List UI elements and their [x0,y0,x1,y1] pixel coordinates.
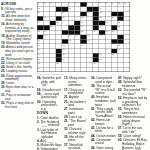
white-cell[interactable]: 3 [50,3,56,7]
white-cell[interactable] [81,58,87,62]
white-cell[interactable] [44,63,50,67]
clue-item: 31. Pays a restaurant visit [1,93,36,100]
white-cell[interactable] [118,7,124,11]
white-cell[interactable] [105,63,111,67]
cell-number: 27 [106,21,108,23]
clue-item: 18. Author Stephen of "The Crying Game" [1,33,36,40]
black-cell [81,3,87,7]
white-cell[interactable] [56,3,62,7]
white-cell[interactable] [56,67,62,71]
white-cell[interactable]: 57 [111,53,117,57]
clue-text: Almost-wild person who just won't get to… [5,45,33,56]
white-cell[interactable]: 25 [56,21,62,25]
white-cell[interactable]: 37 [105,30,111,34]
clue-item: 49. Splendid flow treatment [118,80,148,87]
clue-text: Party organization, informally [5,73,33,80]
clue-text: Last letter of the Hebrew alphabet [40,127,58,138]
clue-text: Motorbike sound [5,41,29,45]
cell-number: 51 [38,49,40,51]
white-cell[interactable] [62,3,68,7]
clue-text: A(n) ___ [40,139,53,143]
white-cell[interactable] [93,49,99,53]
black-cell [118,35,124,39]
clue-text: Emphatic turndown, said twice [95,95,115,106]
cell-number: 29 [50,25,52,27]
white-cell[interactable]: 49 [81,44,87,48]
cell-number: 44 [38,39,40,41]
white-cell[interactable]: 11 [124,3,130,7]
clue-text: Restaurant forgoer [5,57,32,61]
white-cell[interactable]: 24 [38,21,44,25]
crossword-grid[interactable]: 1234567891011121314151617181920212223242… [37,2,130,72]
white-cell[interactable] [99,40,105,44]
cell-number: 18 [99,12,101,14]
cell-number: 12 [38,7,40,9]
printed-puzzle-sheet: ACROSS 9. Off-key notes, per a jazz pro1… [0,0,150,150]
clue-item: 23. Jerusalem's land [64,99,89,106]
clue-item: 2. The historical "___ network" [37,120,62,127]
clue-text: Bride's title, briefly [5,65,31,69]
cell-number: 8 [106,2,107,4]
white-cell[interactable] [124,16,130,20]
white-cell[interactable] [105,7,111,11]
clue-text: Achieving by formula, in a way, as requi… [5,22,34,33]
clue-item: 41. They supply current, with "Saint-Alb… [91,106,116,117]
cell-number: 13 [69,7,71,9]
white-cell[interactable] [68,53,74,57]
clue-item: 22. Using it, for short [1,61,36,65]
cell-number: 52 [62,49,64,51]
clue-text: Live it up [68,115,81,119]
cell-number: 11 [124,2,126,4]
white-cell[interactable] [124,58,130,62]
down-clue-list-4: 47. Happy sight?49. Splendid flow treatm… [118,76,148,150]
cell-number: 9 [112,2,113,4]
white-cell[interactable] [56,12,62,16]
white-cell[interactable] [111,21,117,25]
cell-number: 33 [38,30,40,32]
cell-number: 15 [38,12,40,14]
white-cell[interactable] [68,63,74,67]
cell-number: 21 [81,16,83,18]
cell-number: 22 [99,16,101,18]
white-cell[interactable] [118,67,124,71]
white-cell[interactable] [74,16,80,20]
white-cell[interactable]: 62 [56,63,62,67]
black-cell [81,35,87,39]
clue-text: They're bid, sometimes [122,107,140,114]
white-cell[interactable] [81,67,87,71]
white-cell[interactable] [44,49,50,53]
white-cell[interactable]: 45 [68,40,74,44]
white-cell[interactable] [68,21,74,25]
white-cell[interactable]: 19 [44,16,50,20]
clue-item: 55. Home electrical safety device (hyph.… [118,115,148,126]
clue-item: 60. Directors Eli Roy Holladay, Boyce Ha… [118,138,148,150]
clue-item: 44. Ocean motion [91,133,116,137]
white-cell[interactable] [124,53,130,57]
white-cell[interactable] [56,44,62,48]
black-cell [56,49,62,53]
cell-number: 26 [81,21,83,23]
clue-text: Classical column style [68,127,86,134]
white-cell[interactable] [74,58,80,62]
clue-item: 33. Classical column style [64,127,89,134]
white-cell[interactable] [105,40,111,44]
clue-item: 6. Temperature unit, for short [37,147,62,150]
clue-text: The historical "___ network" [40,120,61,127]
white-cell[interactable] [124,35,130,39]
white-cell[interactable] [44,58,50,62]
white-cell[interactable]: 63 [93,63,99,67]
clue-item: 26. Party organization, informally [1,73,36,80]
white-cell[interactable] [105,12,111,16]
clue-text: Eyes from afar, in a way [5,85,33,92]
clue-item: 47. Happy sight? [118,76,148,80]
white-cell[interactable] [62,26,68,30]
white-cell[interactable] [44,40,50,44]
clue-item: 16. Achieving by formula, in a way, as r… [1,22,36,33]
white-cell[interactable] [50,67,56,71]
black-cell [68,26,74,30]
cell-number: 64 [38,67,40,69]
down-clue-list-2: 13. Many crime-scene attendees17. Clear,… [64,76,89,150]
white-cell[interactable]: 32 [118,26,124,30]
white-cell[interactable] [68,16,74,20]
white-cell[interactable]: 29 [50,26,56,30]
clue-text: Home electrical safety device (hyph.) [122,115,145,126]
black-cell [93,53,99,57]
white-cell[interactable] [81,53,87,57]
across-clue-list-continued: 54. Send the putt wide, with "out"56. Ga… [37,76,62,110]
white-cell[interactable] [50,7,56,11]
white-cell[interactable] [87,44,93,48]
white-cell[interactable] [124,21,130,25]
white-cell[interactable] [124,63,130,67]
white-cell[interactable]: 17 [87,12,93,16]
white-cell[interactable] [93,3,99,7]
cell-number: 62 [56,62,58,64]
white-cell[interactable] [124,26,130,30]
cell-number: 30 [81,25,83,27]
white-cell[interactable] [56,26,62,30]
white-cell[interactable] [62,35,68,39]
clue-text: The jeweled "W" in a tiara? [122,88,146,95]
white-cell[interactable] [50,49,56,53]
white-cell[interactable] [56,30,62,34]
white-cell[interactable] [124,7,130,11]
cell-number: 36 [93,30,95,32]
cell-number: 61 [38,62,40,64]
clue-item: 1. Cave dweller [37,115,62,119]
white-cell[interactable] [124,40,130,44]
clue-item: 50. The jeweled "W" in a tiara? [118,88,148,95]
clue-text: Gasoline unit [41,87,60,91]
clue-text: Lie low for a while [95,126,113,133]
clue-text: Off-key notes, per a jazz pro [4,6,32,13]
clue-item: 25. Loading issues [1,69,36,73]
white-cell[interactable] [111,58,117,62]
clues-column-2: 54. Send the putt wide, with "out"56. Ga… [37,76,62,150]
white-cell[interactable]: 6 [87,3,93,7]
white-cell[interactable] [44,67,50,71]
white-cell[interactable]: 13 [68,7,74,11]
cell-number: 59 [62,58,64,60]
white-cell[interactable] [74,49,80,53]
white-cell[interactable] [87,26,93,30]
clue-item: 28. Learn [1,81,36,85]
white-cell[interactable] [87,58,93,62]
cell-number: 57 [112,53,114,55]
clue-text: Agitate [68,95,79,99]
white-cell[interactable] [74,63,80,67]
white-cell[interactable] [118,63,124,67]
white-cell[interactable]: 9 [111,3,117,7]
clue-text: Goes astray [95,145,113,149]
white-cell[interactable] [124,67,130,71]
white-cell[interactable] [87,49,93,53]
clue-item: 24. Bride's title, briefly [1,65,36,69]
white-cell[interactable] [50,63,56,67]
clue-item: 36. Compound used in dyes [91,76,116,83]
white-cell[interactable] [81,7,87,11]
white-cell[interactable]: 8 [105,3,111,7]
clue-text: Makeshift flags [40,143,62,147]
black-cell [56,53,62,57]
black-cell [93,21,99,25]
cell-number: 37 [106,30,108,32]
white-cell[interactable] [44,53,50,57]
white-cell[interactable] [74,53,80,57]
white-cell[interactable] [50,30,56,34]
white-cell[interactable]: 64 [38,67,44,71]
white-cell[interactable] [99,63,105,67]
white-cell[interactable] [105,44,111,48]
cell-number: 54 [38,53,40,55]
white-cell[interactable]: 46 [87,40,93,44]
cell-number: 16 [62,12,64,14]
cell-number: 20 [62,16,64,18]
cell-number: 34 [44,30,46,32]
white-cell[interactable]: 35 [81,30,87,34]
white-cell[interactable] [44,21,50,25]
white-cell[interactable] [111,44,117,48]
cell-number: 48 [62,44,64,46]
cell-number: 6 [87,2,88,4]
white-cell[interactable]: 33 [38,30,44,34]
white-cell[interactable]: 36 [93,30,99,34]
white-cell[interactable] [118,58,124,62]
cell-number: 7 [99,2,100,4]
clue-text: Author Stephen of "The Crying Game" [5,33,32,40]
clue-text: Happy sight? [122,76,141,80]
white-cell[interactable] [50,12,56,16]
clue-item: 29. Live it up [64,115,89,119]
cell-number: 46 [87,39,89,41]
cell-number: 5 [75,2,76,4]
clue-item: 21. Agitate [64,95,89,99]
clue-text: Hot off the press [68,135,84,142]
cell-number: 4 [69,2,70,4]
white-cell[interactable] [62,67,68,71]
white-cell[interactable] [124,30,130,34]
clue-item: 60. Operating procedures, e.g. [37,99,62,110]
across-clue-list-left: 9. Off-key notes, per a jazz pro15. All-… [1,6,36,108]
black-cell [74,26,80,30]
white-cell[interactable] [93,67,99,71]
white-cell[interactable] [111,63,117,67]
across-header: ACROSS [1,2,36,6]
white-cell[interactable] [105,49,111,53]
clue-text: Loading issues [5,69,27,73]
white-cell[interactable] [50,35,56,39]
clue-item: 32. Plays a long shot at the track [1,101,36,108]
clue-text: Using it, for short [5,61,30,65]
white-cell[interactable]: 31 [99,26,105,30]
cell-number: 1 [38,2,39,4]
white-cell[interactable] [62,63,68,67]
white-cell[interactable] [68,12,74,16]
white-cell[interactable]: 38 [111,30,117,34]
white-cell[interactable] [111,35,117,39]
white-cell[interactable]: 43 [99,35,105,39]
white-cell[interactable] [99,67,105,71]
cell-number: 40 [69,35,71,37]
clue-item: 20. Almost-wild person who just won't ge… [1,45,36,56]
cell-number: 49 [81,44,83,46]
white-cell[interactable] [68,58,74,62]
white-cell[interactable]: 59 [62,58,68,62]
black-cell [74,21,80,25]
white-cell[interactable] [74,7,80,11]
white-cell[interactable] [50,58,56,62]
cell-number: 53 [118,49,120,51]
white-cell[interactable] [68,67,74,71]
clue-item: 45. Courtroom crowd [91,138,116,145]
clue-text: All-time detective show, familiarly [5,14,30,21]
clue-text: Cave dweller [40,115,59,119]
clue-text: Compound used in dyes [95,76,113,83]
black-cell [93,12,99,16]
clue-item: 43. Lie low for a while [91,126,116,133]
clue-text: Home-run heroes [95,118,110,125]
white-cell[interactable] [105,58,111,62]
cell-number: 43 [99,35,101,37]
white-cell[interactable] [118,53,124,57]
white-cell[interactable]: 20 [62,16,68,20]
white-cell[interactable] [87,53,93,57]
white-cell[interactable] [93,40,99,44]
clue-item: 37. Noted lab assistant [64,142,89,149]
across-clues-column: ACROSS 9. Off-key notes, per a jazz pro1… [1,1,36,109]
clue-item: 57. Lie in the sun, with "ride" [118,126,148,133]
clue-text: Courtroom crowd [95,138,111,145]
white-cell[interactable] [118,30,124,34]
white-cell[interactable] [68,44,74,48]
clue-item: 17. Clear, as a windshield [64,87,89,94]
cell-number: 63 [93,62,95,64]
white-cell[interactable] [44,7,50,11]
clue-text: Temperature unit, for short [40,147,60,150]
cell-number: 28 [118,21,120,23]
white-cell[interactable] [62,21,68,25]
white-cell[interactable] [50,16,56,20]
cell-number: 41 [75,35,77,37]
white-cell[interactable] [93,35,99,39]
white-cell[interactable] [105,35,111,39]
white-cell[interactable]: 60 [99,58,105,62]
clue-item: 59. Court ruling? [118,134,148,138]
white-cell[interactable]: 22 [99,16,105,20]
white-cell[interactable]: 53 [118,49,124,53]
white-cell[interactable] [81,63,87,67]
clue-item: 42. Home-run heroes [91,118,116,125]
clue-item: 21. Restaurant forgoer [1,57,36,61]
clues-column-4: 36. Compound used in dyes38. The actual … [91,76,116,149]
black-cell [62,30,68,34]
white-cell[interactable] [124,49,130,53]
white-cell[interactable] [74,40,80,44]
white-cell[interactable] [87,67,93,71]
white-cell[interactable] [105,67,111,71]
white-cell[interactable] [111,67,117,71]
white-cell[interactable]: 23 [111,16,117,20]
white-cell[interactable] [93,44,99,48]
white-cell[interactable] [124,12,130,16]
white-cell[interactable] [87,16,93,20]
clue-text: Ocean motion [95,133,115,137]
white-cell[interactable]: 27 [105,21,111,25]
white-cell[interactable] [87,21,93,25]
white-cell[interactable]: 39 [44,35,50,39]
white-cell[interactable] [74,67,80,71]
white-cell[interactable] [105,53,111,57]
cell-number: 25 [56,21,58,23]
cell-number: 32 [118,25,120,27]
white-cell[interactable]: 2 [44,3,50,7]
white-cell[interactable] [99,44,105,48]
white-cell[interactable] [50,44,56,48]
white-cell[interactable] [81,49,87,53]
white-cell[interactable]: 10 [118,3,124,7]
white-cell[interactable] [74,12,80,16]
white-cell[interactable] [87,63,93,67]
clue-item: 31. "The Raven" poet [64,119,89,126]
white-cell[interactable] [74,44,80,48]
cell-number: 10 [118,2,120,4]
white-cell[interactable]: 15 [38,12,44,16]
white-cell[interactable] [56,35,62,39]
white-cell[interactable] [50,53,56,57]
white-cell[interactable]: 5 [74,3,80,7]
clue-item: 54. Send the putt wide, with "out" [37,76,62,87]
white-cell[interactable] [68,49,74,53]
clue-text: Send the putt wide, with "out" [41,76,61,87]
white-cell[interactable] [56,40,62,44]
white-cell[interactable] [124,44,130,48]
clue-item: 9. Off-key notes, per a jazz pro [1,6,36,13]
clues-column-3: 13. Many crime-scene attendees17. Clear,… [64,76,89,150]
white-cell[interactable] [44,44,50,48]
cell-number: 14 [99,7,101,9]
white-cell[interactable]: 41 [74,35,80,39]
white-cell[interactable] [111,7,117,11]
clue-text: Court ruling? [122,134,141,138]
cell-number: 24 [38,21,40,23]
clue-text: Directors Eli Roy Holladay, Boyce Hansen… [122,138,147,150]
cell-number: 35 [81,30,83,32]
white-cell[interactable] [50,40,56,44]
